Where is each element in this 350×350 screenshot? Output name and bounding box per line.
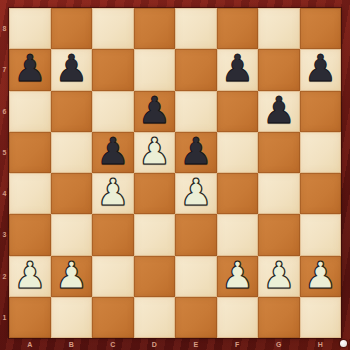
square-e3[interactable] (175, 214, 217, 255)
white-pawn-icon[interactable]: ♟ (304, 257, 337, 294)
square-c3[interactable] (92, 214, 134, 255)
rank-label-3: 3 (0, 214, 9, 255)
square-a1[interactable] (9, 297, 51, 338)
rank-label-8: 8 (0, 8, 9, 49)
square-e7[interactable] (175, 49, 217, 90)
square-h2[interactable]: ♟ (300, 256, 342, 297)
black-pawn-icon[interactable]: ♟ (179, 133, 212, 170)
square-h1[interactable] (300, 297, 342, 338)
square-c5[interactable]: ♟ (92, 132, 134, 173)
chess-board-frame: 87654321 ABCDEFGH ♟♟♟♟♟♟♟♟♟♟♟♟♟♟♟♟ (0, 0, 350, 350)
white-pawn-icon[interactable]: ♟ (13, 257, 46, 294)
square-f2[interactable]: ♟ (217, 256, 259, 297)
black-pawn-icon[interactable]: ♟ (96, 133, 129, 170)
square-g4[interactable] (258, 173, 300, 214)
file-label-d: D (134, 338, 176, 350)
file-label-g: G (258, 338, 300, 350)
square-d4[interactable] (134, 173, 176, 214)
square-c8[interactable] (92, 8, 134, 49)
rank-label-6: 6 (0, 91, 9, 132)
square-e8[interactable] (175, 8, 217, 49)
square-f5[interactable] (217, 132, 259, 173)
square-d1[interactable] (134, 297, 176, 338)
square-g6[interactable]: ♟ (258, 91, 300, 132)
rank-labels: 87654321 (0, 8, 9, 338)
square-b8[interactable] (51, 8, 93, 49)
file-label-b: B (51, 338, 93, 350)
square-c1[interactable] (92, 297, 134, 338)
square-c4[interactable]: ♟ (92, 173, 134, 214)
file-label-e: E (175, 338, 217, 350)
square-e4[interactable]: ♟ (175, 173, 217, 214)
square-b3[interactable] (51, 214, 93, 255)
square-e1[interactable] (175, 297, 217, 338)
file-label-c: C (92, 338, 134, 350)
square-a8[interactable] (9, 8, 51, 49)
white-pawn-icon[interactable]: ♟ (55, 257, 88, 294)
square-a2[interactable]: ♟ (9, 256, 51, 297)
square-h8[interactable] (300, 8, 342, 49)
file-label-a: A (9, 338, 51, 350)
square-a6[interactable] (9, 91, 51, 132)
square-d5[interactable]: ♟ (134, 132, 176, 173)
file-label-h: H (300, 338, 342, 350)
white-to-move-indicator-dot (340, 340, 347, 347)
square-h5[interactable] (300, 132, 342, 173)
square-e6[interactable] (175, 91, 217, 132)
white-pawn-icon[interactable]: ♟ (138, 133, 171, 170)
rank-label-5: 5 (0, 132, 9, 173)
square-f4[interactable] (217, 173, 259, 214)
square-f1[interactable] (217, 297, 259, 338)
square-g7[interactable] (258, 49, 300, 90)
black-pawn-icon[interactable]: ♟ (13, 50, 46, 87)
square-f7[interactable]: ♟ (217, 49, 259, 90)
square-d8[interactable] (134, 8, 176, 49)
square-d3[interactable] (134, 214, 176, 255)
white-pawn-icon[interactable]: ♟ (96, 174, 129, 211)
square-d7[interactable] (134, 49, 176, 90)
square-b7[interactable]: ♟ (51, 49, 93, 90)
square-a5[interactable] (9, 132, 51, 173)
square-d6[interactable]: ♟ (134, 91, 176, 132)
square-g8[interactable] (258, 8, 300, 49)
rank-label-7: 7 (0, 49, 9, 90)
square-h6[interactable] (300, 91, 342, 132)
rank-label-1: 1 (0, 297, 9, 338)
white-pawn-icon[interactable]: ♟ (262, 257, 295, 294)
square-c6[interactable] (92, 91, 134, 132)
square-h4[interactable] (300, 173, 342, 214)
square-a7[interactable]: ♟ (9, 49, 51, 90)
square-g1[interactable] (258, 297, 300, 338)
white-pawn-icon[interactable]: ♟ (179, 174, 212, 211)
square-f8[interactable] (217, 8, 259, 49)
file-labels: ABCDEFGH (9, 338, 341, 350)
square-b4[interactable] (51, 173, 93, 214)
square-e5[interactable]: ♟ (175, 132, 217, 173)
square-b1[interactable] (51, 297, 93, 338)
square-g3[interactable] (258, 214, 300, 255)
black-pawn-icon[interactable]: ♟ (262, 92, 295, 129)
black-pawn-icon[interactable]: ♟ (138, 92, 171, 129)
black-pawn-icon[interactable]: ♟ (221, 50, 254, 87)
square-c7[interactable] (92, 49, 134, 90)
square-c2[interactable] (92, 256, 134, 297)
square-g2[interactable]: ♟ (258, 256, 300, 297)
square-f3[interactable] (217, 214, 259, 255)
black-pawn-icon[interactable]: ♟ (55, 50, 88, 87)
square-a3[interactable] (9, 214, 51, 255)
square-b2[interactable]: ♟ (51, 256, 93, 297)
square-a4[interactable] (9, 173, 51, 214)
file-label-f: F (217, 338, 259, 350)
square-f6[interactable] (217, 91, 259, 132)
square-b5[interactable] (51, 132, 93, 173)
square-d2[interactable] (134, 256, 176, 297)
rank-label-4: 4 (0, 173, 9, 214)
square-e2[interactable] (175, 256, 217, 297)
chess-board: ♟♟♟♟♟♟♟♟♟♟♟♟♟♟♟♟ (9, 8, 341, 338)
black-pawn-icon[interactable]: ♟ (304, 50, 337, 87)
rank-label-2: 2 (0, 256, 9, 297)
square-h3[interactable] (300, 214, 342, 255)
square-g5[interactable] (258, 132, 300, 173)
white-pawn-icon[interactable]: ♟ (221, 257, 254, 294)
square-b6[interactable] (51, 91, 93, 132)
square-h7[interactable]: ♟ (300, 49, 342, 90)
